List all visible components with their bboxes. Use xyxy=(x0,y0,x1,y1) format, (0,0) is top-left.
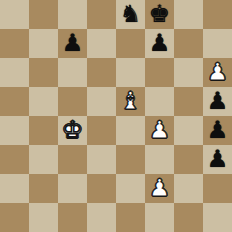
piece-white-bishop[interactable]: ♝ xyxy=(120,87,142,116)
square-f3[interactable] xyxy=(145,145,174,174)
square-h3[interactable]: ♟ xyxy=(203,145,232,174)
square-g3[interactable] xyxy=(174,145,203,174)
square-a5[interactable] xyxy=(0,87,29,116)
square-b2[interactable] xyxy=(29,174,58,203)
square-b7[interactable] xyxy=(29,29,58,58)
square-f4[interactable]: ♟ xyxy=(145,116,174,145)
square-c2[interactable] xyxy=(58,174,87,203)
square-f1[interactable] xyxy=(145,203,174,232)
square-e1[interactable] xyxy=(116,203,145,232)
piece-white-pawn[interactable]: ♟ xyxy=(149,116,171,145)
square-d7[interactable] xyxy=(87,29,116,58)
square-h2[interactable] xyxy=(203,174,232,203)
square-a2[interactable] xyxy=(0,174,29,203)
square-b4[interactable] xyxy=(29,116,58,145)
square-d6[interactable] xyxy=(87,58,116,87)
piece-black-pawn[interactable]: ♟ xyxy=(207,116,229,145)
piece-white-pawn[interactable]: ♟ xyxy=(207,58,229,87)
piece-black-knight[interactable]: ♞ xyxy=(120,0,142,29)
piece-black-pawn[interactable]: ♟ xyxy=(62,29,84,58)
square-c3[interactable] xyxy=(58,145,87,174)
piece-white-pawn[interactable]: ♟ xyxy=(149,174,171,203)
square-b8[interactable] xyxy=(29,0,58,29)
square-f5[interactable] xyxy=(145,87,174,116)
piece-black-king[interactable]: ♚ xyxy=(149,0,171,29)
square-a4[interactable] xyxy=(0,116,29,145)
square-g2[interactable] xyxy=(174,174,203,203)
square-h5[interactable]: ♟ xyxy=(203,87,232,116)
square-h7[interactable] xyxy=(203,29,232,58)
piece-black-pawn[interactable]: ♟ xyxy=(149,29,171,58)
square-a3[interactable] xyxy=(0,145,29,174)
chess-board: ♞♚♟♟♟♝♟♚♟♟♟♟ xyxy=(0,0,232,232)
square-e5[interactable]: ♝ xyxy=(116,87,145,116)
square-d4[interactable] xyxy=(87,116,116,145)
square-h8[interactable] xyxy=(203,0,232,29)
square-h4[interactable]: ♟ xyxy=(203,116,232,145)
square-e2[interactable] xyxy=(116,174,145,203)
square-c4[interactable]: ♚ xyxy=(58,116,87,145)
square-d3[interactable] xyxy=(87,145,116,174)
square-a7[interactable] xyxy=(0,29,29,58)
square-d8[interactable] xyxy=(87,0,116,29)
piece-white-king[interactable]: ♚ xyxy=(62,116,84,145)
square-g6[interactable] xyxy=(174,58,203,87)
square-f7[interactable]: ♟ xyxy=(145,29,174,58)
square-d5[interactable] xyxy=(87,87,116,116)
square-h6[interactable]: ♟ xyxy=(203,58,232,87)
square-c7[interactable]: ♟ xyxy=(58,29,87,58)
square-a1[interactable] xyxy=(0,203,29,232)
square-c1[interactable] xyxy=(58,203,87,232)
square-e6[interactable] xyxy=(116,58,145,87)
square-g1[interactable] xyxy=(174,203,203,232)
square-d2[interactable] xyxy=(87,174,116,203)
square-b6[interactable] xyxy=(29,58,58,87)
square-a8[interactable] xyxy=(0,0,29,29)
square-c5[interactable] xyxy=(58,87,87,116)
square-f8[interactable]: ♚ xyxy=(145,0,174,29)
square-g7[interactable] xyxy=(174,29,203,58)
square-g5[interactable] xyxy=(174,87,203,116)
square-g4[interactable] xyxy=(174,116,203,145)
square-d1[interactable] xyxy=(87,203,116,232)
square-e4[interactable] xyxy=(116,116,145,145)
square-h1[interactable] xyxy=(203,203,232,232)
square-e3[interactable] xyxy=(116,145,145,174)
square-e7[interactable] xyxy=(116,29,145,58)
square-b5[interactable] xyxy=(29,87,58,116)
square-c8[interactable] xyxy=(58,0,87,29)
square-f2[interactable]: ♟ xyxy=(145,174,174,203)
square-b1[interactable] xyxy=(29,203,58,232)
square-e8[interactable]: ♞ xyxy=(116,0,145,29)
square-g8[interactable] xyxy=(174,0,203,29)
square-b3[interactable] xyxy=(29,145,58,174)
piece-black-pawn[interactable]: ♟ xyxy=(207,87,229,116)
square-a6[interactable] xyxy=(0,58,29,87)
square-f6[interactable] xyxy=(145,58,174,87)
piece-black-pawn[interactable]: ♟ xyxy=(207,145,229,174)
square-c6[interactable] xyxy=(58,58,87,87)
